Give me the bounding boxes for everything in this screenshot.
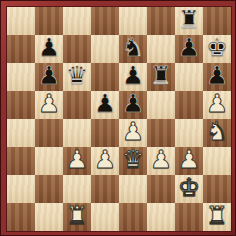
square-a4[interactable] (7, 119, 35, 147)
black-knight[interactable]: ♞ (122, 35, 144, 62)
square-e4[interactable]: ♟ (119, 119, 147, 147)
square-g2[interactable]: ♚ (175, 175, 203, 203)
square-d3[interactable]: ♟ (91, 147, 119, 175)
white-pawn[interactable]: ♟ (122, 119, 144, 146)
square-g6[interactable] (175, 63, 203, 91)
square-b1[interactable] (35, 203, 63, 231)
board-frame: ♜♟♞♟♚♟♛♟♜♟♟♟♟♟♟♞♟♟♛♟♟♚♜♜ (0, 0, 236, 236)
square-d8[interactable] (91, 7, 119, 35)
square-a2[interactable] (7, 175, 35, 203)
square-e3[interactable]: ♛ (119, 147, 147, 175)
black-pawn[interactable]: ♟ (178, 35, 200, 62)
square-a1[interactable] (7, 203, 35, 231)
square-h7[interactable]: ♚ (203, 35, 231, 63)
white-rook[interactable]: ♜ (66, 203, 88, 230)
square-f7[interactable] (147, 35, 175, 63)
square-d5[interactable]: ♟ (91, 91, 119, 119)
square-a6[interactable] (7, 63, 35, 91)
square-g7[interactable]: ♟ (175, 35, 203, 63)
square-b7[interactable]: ♟ (35, 35, 63, 63)
black-pawn[interactable]: ♟ (122, 63, 144, 90)
square-e2[interactable] (119, 175, 147, 203)
square-e8[interactable] (119, 7, 147, 35)
white-rook[interactable]: ♜ (206, 203, 228, 230)
square-b6[interactable]: ♟ (35, 63, 63, 91)
square-c5[interactable] (63, 91, 91, 119)
white-pawn[interactable]: ♟ (206, 91, 228, 118)
square-b4[interactable] (35, 119, 63, 147)
square-a8[interactable] (7, 7, 35, 35)
square-g8[interactable]: ♜ (175, 7, 203, 35)
square-b8[interactable] (35, 7, 63, 35)
square-d7[interactable] (91, 35, 119, 63)
square-f5[interactable] (147, 91, 175, 119)
square-a3[interactable] (7, 147, 35, 175)
square-h6[interactable]: ♟ (203, 63, 231, 91)
square-h8[interactable] (203, 7, 231, 35)
black-pawn[interactable]: ♟ (206, 63, 228, 90)
square-h5[interactable]: ♟ (203, 91, 231, 119)
square-c3[interactable]: ♟ (63, 147, 91, 175)
black-rook[interactable]: ♜ (178, 7, 200, 34)
white-queen[interactable]: ♛ (122, 147, 144, 174)
square-h4[interactable]: ♞ (203, 119, 231, 147)
square-h1[interactable]: ♜ (203, 203, 231, 231)
square-f4[interactable] (147, 119, 175, 147)
square-e1[interactable] (119, 203, 147, 231)
square-d1[interactable] (91, 203, 119, 231)
square-c1[interactable]: ♜ (63, 203, 91, 231)
square-b5[interactable]: ♟ (35, 91, 63, 119)
square-d4[interactable] (91, 119, 119, 147)
square-c8[interactable] (63, 7, 91, 35)
black-pawn[interactable]: ♟ (122, 91, 144, 118)
square-g3[interactable]: ♟ (175, 147, 203, 175)
black-pawn[interactable]: ♟ (94, 91, 116, 118)
square-c7[interactable] (63, 35, 91, 63)
square-b3[interactable] (35, 147, 63, 175)
white-pawn[interactable]: ♟ (94, 147, 116, 174)
white-pawn[interactable]: ♟ (178, 147, 200, 174)
square-h3[interactable] (203, 147, 231, 175)
black-king[interactable]: ♚ (206, 35, 228, 62)
square-e5[interactable]: ♟ (119, 91, 147, 119)
square-f8[interactable] (147, 7, 175, 35)
square-f6[interactable]: ♜ (147, 63, 175, 91)
square-g1[interactable] (175, 203, 203, 231)
square-c4[interactable] (63, 119, 91, 147)
black-pawn[interactable]: ♟ (38, 63, 60, 90)
square-e7[interactable]: ♞ (119, 35, 147, 63)
black-queen[interactable]: ♛ (66, 63, 88, 90)
square-a5[interactable] (7, 91, 35, 119)
square-a7[interactable] (7, 35, 35, 63)
square-c2[interactable] (63, 175, 91, 203)
square-f3[interactable]: ♟ (147, 147, 175, 175)
square-d6[interactable] (91, 63, 119, 91)
black-pawn[interactable]: ♟ (38, 35, 60, 62)
square-g4[interactable] (175, 119, 203, 147)
white-pawn[interactable]: ♟ (66, 147, 88, 174)
white-king[interactable]: ♚ (178, 175, 200, 202)
square-c6[interactable]: ♛ (63, 63, 91, 91)
square-e6[interactable]: ♟ (119, 63, 147, 91)
square-b2[interactable] (35, 175, 63, 203)
black-rook[interactable]: ♜ (150, 63, 172, 90)
chess-board: ♜♟♞♟♚♟♛♟♜♟♟♟♟♟♟♞♟♟♛♟♟♚♜♜ (7, 7, 231, 231)
square-d2[interactable] (91, 175, 119, 203)
white-knight[interactable]: ♞ (206, 119, 228, 146)
square-f1[interactable] (147, 203, 175, 231)
square-h2[interactable] (203, 175, 231, 203)
white-pawn[interactable]: ♟ (38, 91, 60, 118)
white-pawn[interactable]: ♟ (150, 147, 172, 174)
square-f2[interactable] (147, 175, 175, 203)
square-g5[interactable] (175, 91, 203, 119)
